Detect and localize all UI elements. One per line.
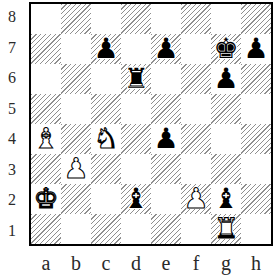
square-a7[interactable] (31, 34, 61, 64)
square-h7[interactable]: ♟ (241, 34, 271, 64)
square-c4[interactable]: ♞ (91, 124, 121, 154)
piece-black-bishop: ♝ (123, 184, 148, 214)
square-c8[interactable] (91, 4, 121, 34)
piece-black-pawn: ♟ (153, 34, 178, 64)
piece-white-rook: ♜ (213, 214, 238, 244)
square-e1[interactable] (151, 214, 181, 244)
piece-black-pawn: ♟ (213, 64, 238, 94)
piece-white-pawn: ♟ (183, 184, 208, 214)
chess-board: ♟♟♚♟♜♟♝♞♟♟♚♝♟♝♜ (29, 2, 273, 246)
square-h4[interactable] (241, 124, 271, 154)
rank-label-8: 8 (0, 2, 24, 33)
square-c5[interactable] (91, 94, 121, 124)
square-f2[interactable]: ♟ (181, 184, 211, 214)
rank-label-4: 4 (0, 124, 24, 155)
rank-label-7: 7 (0, 33, 24, 64)
piece-white-knight: ♞ (93, 124, 118, 154)
square-g6[interactable]: ♟ (211, 64, 241, 94)
square-a2[interactable]: ♚ (31, 184, 61, 214)
square-g7[interactable]: ♚ (211, 34, 241, 64)
square-b1[interactable] (61, 214, 91, 244)
square-b3[interactable]: ♟ (61, 154, 91, 184)
square-e3[interactable] (151, 154, 181, 184)
rank-label-3: 3 (0, 155, 24, 186)
square-g4[interactable] (211, 124, 241, 154)
square-e6[interactable] (151, 64, 181, 94)
piece-black-king: ♚ (213, 34, 238, 64)
piece-black-pawn: ♟ (243, 34, 268, 64)
square-g5[interactable] (211, 94, 241, 124)
file-label-a: a (31, 251, 61, 275)
square-f7[interactable] (181, 34, 211, 64)
square-c1[interactable] (91, 214, 121, 244)
square-d6[interactable]: ♜ (121, 64, 151, 94)
square-d8[interactable] (121, 4, 151, 34)
square-f4[interactable] (181, 124, 211, 154)
square-b2[interactable] (61, 184, 91, 214)
square-b5[interactable] (61, 94, 91, 124)
square-a3[interactable] (31, 154, 61, 184)
piece-white-bishop: ♝ (33, 124, 58, 154)
square-a6[interactable] (31, 64, 61, 94)
rank-label-1: 1 (0, 216, 24, 247)
square-g8[interactable] (211, 4, 241, 34)
piece-white-pawn: ♟ (63, 154, 88, 184)
square-d4[interactable] (121, 124, 151, 154)
rank-label-5: 5 (0, 94, 24, 125)
square-d5[interactable] (121, 94, 151, 124)
square-b7[interactable] (61, 34, 91, 64)
file-label-f: f (181, 251, 211, 275)
rank-label-2: 2 (0, 185, 24, 216)
square-b4[interactable] (61, 124, 91, 154)
square-c6[interactable] (91, 64, 121, 94)
file-label-c: c (91, 251, 121, 275)
file-label-g: g (211, 251, 241, 275)
file-label-e: e (151, 251, 181, 275)
square-e5[interactable] (151, 94, 181, 124)
square-h1[interactable] (241, 214, 271, 244)
square-c3[interactable] (91, 154, 121, 184)
square-h2[interactable] (241, 184, 271, 214)
file-label-b: b (61, 251, 91, 275)
piece-black-rook: ♜ (123, 64, 148, 94)
file-label-d: d (121, 251, 151, 275)
square-b8[interactable] (61, 4, 91, 34)
square-h3[interactable] (241, 154, 271, 184)
square-a1[interactable] (31, 214, 61, 244)
square-e7[interactable]: ♟ (151, 34, 181, 64)
square-e4[interactable]: ♟ (151, 124, 181, 154)
square-f3[interactable] (181, 154, 211, 184)
square-b6[interactable] (61, 64, 91, 94)
square-g2[interactable]: ♝ (211, 184, 241, 214)
square-c7[interactable]: ♟ (91, 34, 121, 64)
square-f6[interactable] (181, 64, 211, 94)
square-d3[interactable] (121, 154, 151, 184)
square-g3[interactable] (211, 154, 241, 184)
square-a8[interactable] (31, 4, 61, 34)
piece-black-pawn: ♟ (153, 124, 178, 154)
square-e8[interactable] (151, 4, 181, 34)
square-f8[interactable] (181, 4, 211, 34)
square-h8[interactable] (241, 4, 271, 34)
square-f5[interactable] (181, 94, 211, 124)
square-g1[interactable]: ♜ (211, 214, 241, 244)
piece-black-bishop: ♝ (213, 184, 238, 214)
square-h6[interactable] (241, 64, 271, 94)
square-d7[interactable] (121, 34, 151, 64)
rank-labels: 87654321 (0, 2, 24, 246)
square-a4[interactable]: ♝ (31, 124, 61, 154)
piece-white-king: ♚ (33, 184, 58, 214)
square-c2[interactable] (91, 184, 121, 214)
square-h5[interactable] (241, 94, 271, 124)
square-e2[interactable] (151, 184, 181, 214)
square-a5[interactable] (31, 94, 61, 124)
chess-diagram: 87654321 ♟♟♚♟♜♟♝♞♟♟♚♝♟♝♜ abcdefgh (0, 0, 279, 280)
square-d1[interactable] (121, 214, 151, 244)
file-label-h: h (241, 251, 271, 275)
square-d2[interactable]: ♝ (121, 184, 151, 214)
file-labels: abcdefgh (31, 251, 271, 275)
rank-label-6: 6 (0, 63, 24, 94)
piece-black-pawn: ♟ (93, 34, 118, 64)
square-f1[interactable] (181, 214, 211, 244)
